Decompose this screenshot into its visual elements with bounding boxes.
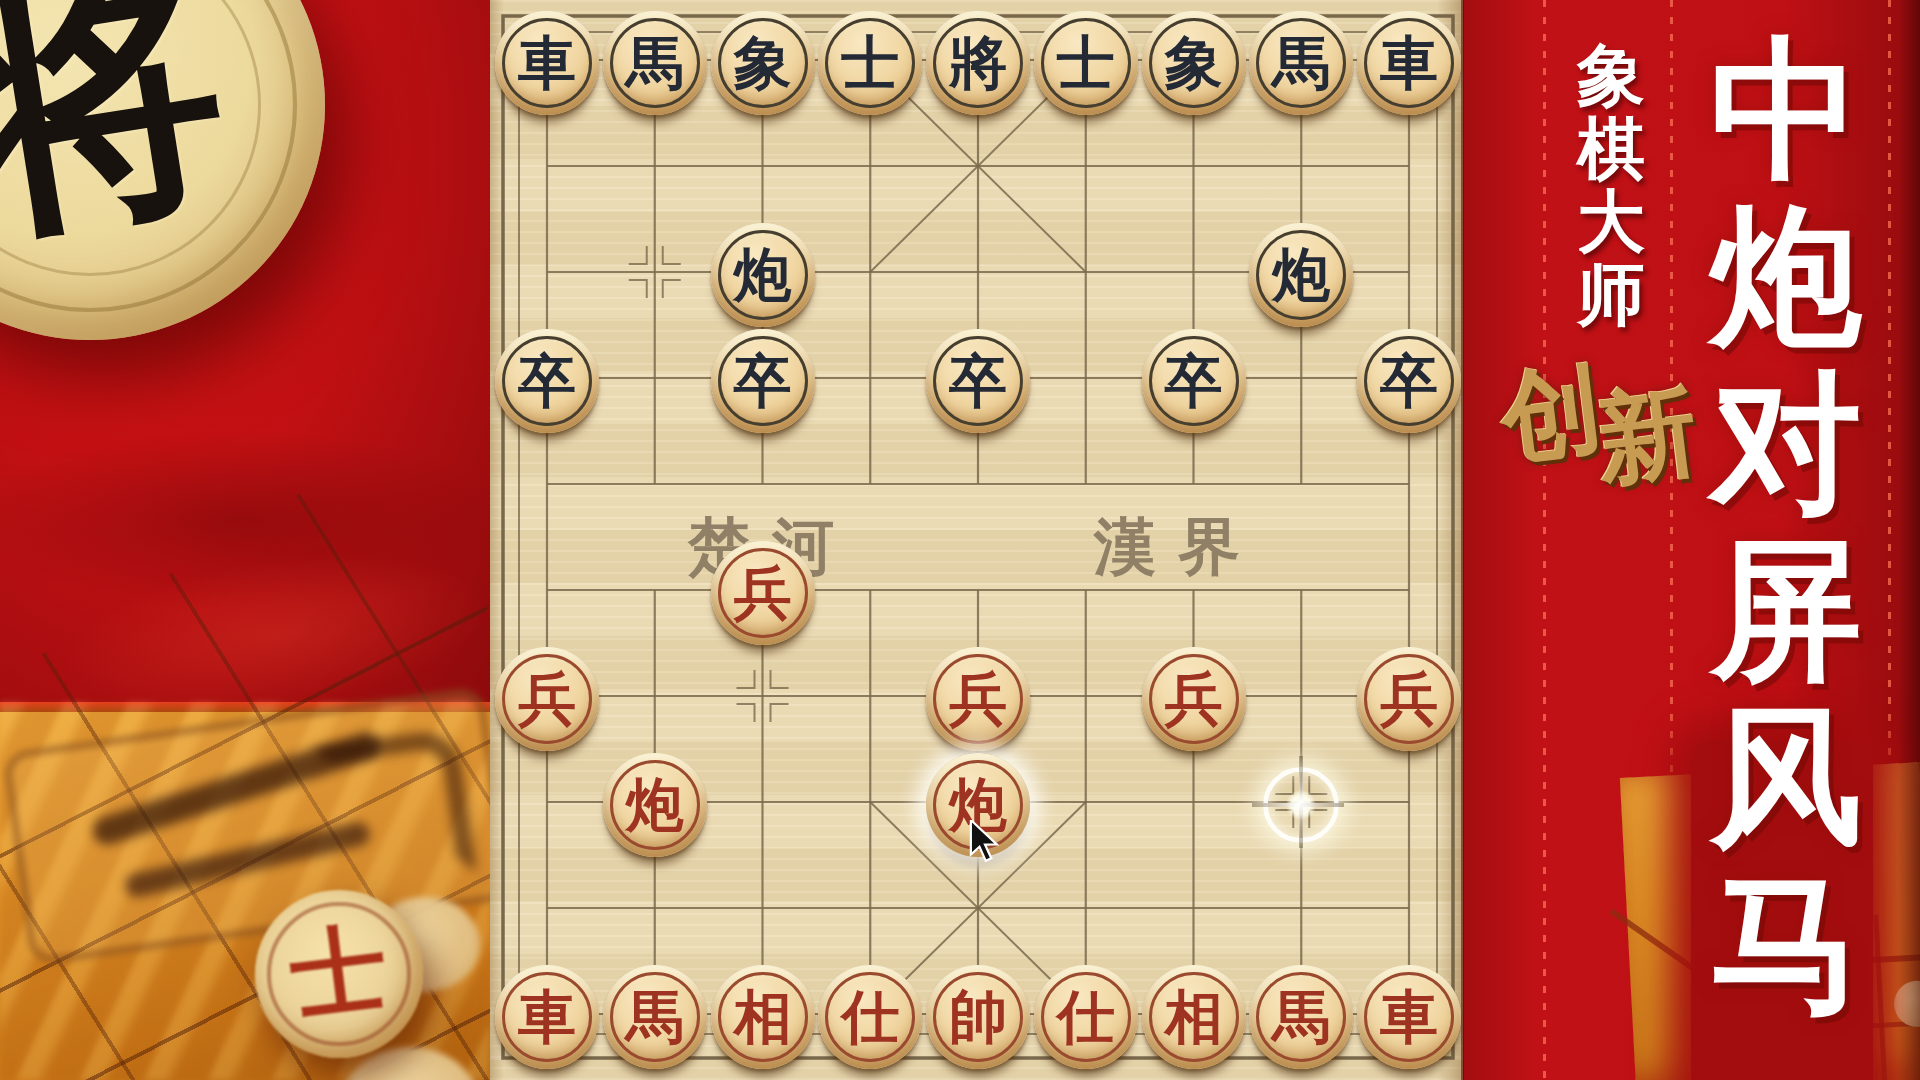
piece-character: 象 bbox=[711, 11, 815, 115]
piece-black-卒[interactable]: 卒 bbox=[926, 329, 1030, 433]
banner-character: 棋 bbox=[1577, 113, 1645, 186]
piece-black-馬[interactable]: 馬 bbox=[1249, 11, 1353, 115]
piece-character: 車 bbox=[495, 11, 599, 115]
piece-red-相[interactable]: 相 bbox=[711, 965, 815, 1069]
piece-character: 士 bbox=[818, 11, 922, 115]
piece-character: 馬 bbox=[603, 965, 707, 1069]
piece-character: 兵 bbox=[1357, 647, 1461, 751]
piece-red-兵[interactable]: 兵 bbox=[1357, 647, 1461, 751]
main-title: 中炮对屏风马 bbox=[1700, 28, 1872, 1030]
piece-character: 馬 bbox=[603, 11, 707, 115]
piece-character: 卒 bbox=[926, 329, 1030, 433]
piece-black-馬[interactable]: 馬 bbox=[603, 11, 707, 115]
marker-tick bbox=[1299, 756, 1303, 848]
piece-red-馬[interactable]: 馬 bbox=[1249, 965, 1353, 1069]
piece-character: 士 bbox=[1034, 11, 1138, 115]
piece-character: 兵 bbox=[495, 647, 599, 751]
right-title-banner: 象棋大师 创新 中炮对屏风马 bbox=[1463, 0, 1920, 1080]
piece-red-帥[interactable]: 帥 bbox=[926, 965, 1030, 1069]
banner-character: 风 bbox=[1710, 696, 1862, 863]
piece-character: 兵 bbox=[926, 647, 1030, 751]
piece-red-兵[interactable]: 兵 bbox=[711, 541, 815, 645]
banner-character: 炮 bbox=[1710, 195, 1862, 362]
piece-black-卒[interactable]: 卒 bbox=[711, 329, 815, 433]
piece-character: 卒 bbox=[495, 329, 599, 433]
piece-red-炮[interactable]: 炮 bbox=[603, 753, 707, 857]
piece-black-卒[interactable]: 卒 bbox=[1357, 329, 1461, 433]
banner-character: 屏 bbox=[1710, 529, 1862, 696]
piece-black-卒[interactable]: 卒 bbox=[1142, 329, 1246, 433]
piece-black-士[interactable]: 士 bbox=[818, 11, 922, 115]
piece-character: 相 bbox=[711, 965, 815, 1069]
piece-red-車[interactable]: 車 bbox=[1357, 965, 1461, 1069]
piece-character: 炮 bbox=[603, 753, 707, 857]
piece-red-相[interactable]: 相 bbox=[1142, 965, 1246, 1069]
banner-character: 马 bbox=[1710, 863, 1862, 1030]
piece-character: 兵 bbox=[711, 541, 815, 645]
piece-red-仕[interactable]: 仕 bbox=[1034, 965, 1138, 1069]
piece-character: 車 bbox=[495, 965, 599, 1069]
last-move-origin-marker bbox=[1263, 767, 1339, 843]
piece-red-兵[interactable]: 兵 bbox=[495, 647, 599, 751]
piece-black-士[interactable]: 士 bbox=[1034, 11, 1138, 115]
piece-character: 卒 bbox=[711, 329, 815, 433]
banner-character: 对 bbox=[1710, 362, 1862, 529]
piece-character: 炮 bbox=[711, 223, 815, 327]
piece-character: 馬 bbox=[1249, 11, 1353, 115]
banner-character: 象 bbox=[1577, 40, 1645, 113]
piece-character: 將 bbox=[926, 11, 1030, 115]
piece-character: 象 bbox=[1142, 11, 1246, 115]
app-window: 将 士 楚河漢界 車馬 bbox=[0, 0, 1920, 1080]
piece-black-卒[interactable]: 卒 bbox=[495, 329, 599, 433]
piece-character: 帥 bbox=[926, 965, 1030, 1069]
banner-character: 创 bbox=[1494, 342, 1610, 488]
piece-red-車[interactable]: 車 bbox=[495, 965, 599, 1069]
piece-character: 卒 bbox=[1142, 329, 1246, 433]
banner-character: 师 bbox=[1577, 259, 1645, 332]
piece-character: 炮 bbox=[1249, 223, 1353, 327]
marker-tick bbox=[1252, 803, 1344, 807]
banner-character: 中 bbox=[1710, 28, 1862, 195]
banner-vignette bbox=[1898, 0, 1920, 1080]
photo-grid-line bbox=[1873, 915, 1887, 1080]
piece-character: 車 bbox=[1357, 965, 1461, 1069]
piece-character: 馬 bbox=[1249, 965, 1353, 1069]
piece-black-車[interactable]: 車 bbox=[1357, 11, 1461, 115]
piece-red-兵[interactable]: 兵 bbox=[1142, 647, 1246, 751]
panel-seam bbox=[1461, 0, 1464, 1080]
piece-red-馬[interactable]: 馬 bbox=[603, 965, 707, 1069]
banner-character: 新 bbox=[1590, 364, 1706, 510]
piece-character: 仕 bbox=[1034, 965, 1138, 1069]
piece-black-炮[interactable]: 炮 bbox=[1249, 223, 1353, 327]
piece-black-象[interactable]: 象 bbox=[711, 11, 815, 115]
piece-black-車[interactable]: 車 bbox=[495, 11, 599, 115]
piece-red-兵[interactable]: 兵 bbox=[926, 647, 1030, 751]
piece-character: 相 bbox=[1142, 965, 1246, 1069]
piece-character: 兵 bbox=[1142, 647, 1246, 751]
river-label-right: 漢界 bbox=[1093, 510, 1262, 583]
xiangqi-board[interactable]: 楚河漢界 bbox=[490, 0, 1463, 1080]
piece-black-象[interactable]: 象 bbox=[1142, 11, 1246, 115]
stamp-text: 创新 bbox=[1494, 327, 1732, 513]
piece-character: 車 bbox=[1357, 11, 1461, 115]
piece-red-仕[interactable]: 仕 bbox=[818, 965, 922, 1069]
piece-black-炮[interactable]: 炮 bbox=[711, 223, 815, 327]
series-label: 象棋大师 bbox=[1571, 40, 1651, 332]
banner-character: 大 bbox=[1577, 186, 1645, 259]
piece-black-將[interactable]: 將 bbox=[926, 11, 1030, 115]
piece-character: 仕 bbox=[818, 965, 922, 1069]
piece-character: 卒 bbox=[1357, 329, 1461, 433]
mouse-cursor bbox=[968, 820, 1002, 864]
stitch-line bbox=[1543, 0, 1546, 1080]
